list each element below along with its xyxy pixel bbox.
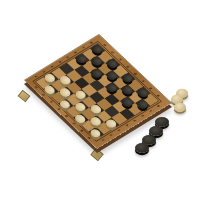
rank-label-right-2: 2 xyxy=(42,70,46,73)
rank-label-right-4: 4 xyxy=(58,61,62,64)
rank-label-left-8: 8 xyxy=(156,105,160,108)
rank-label-left-3: 3 xyxy=(117,129,121,132)
rank-label-right-6: 6 xyxy=(73,51,77,54)
rank-label-right-3: 3 xyxy=(50,65,54,68)
rank-label-right-7: 7 xyxy=(81,46,85,49)
brass-clasp-icon xyxy=(18,90,31,102)
rank-label-left-5: 5 xyxy=(133,119,137,122)
rank-label-left-2: 2 xyxy=(109,134,113,137)
file-label-top-F: F xyxy=(118,58,122,61)
product-photo-scene: AABBCCDDEEFFGGHH1122334455667788 xyxy=(0,0,200,200)
file-label-top-D: D xyxy=(133,72,137,75)
file-label-bottom-E: E xyxy=(57,107,61,110)
rank-label-left-7: 7 xyxy=(148,110,152,113)
rank-label-left-4: 4 xyxy=(125,124,129,127)
file-label-bottom-H: H xyxy=(34,86,38,89)
spare-dark-checker-4[interactable] xyxy=(135,143,149,153)
file-label-bottom-C: C xyxy=(72,122,76,125)
rank-label-left-6: 6 xyxy=(140,114,144,117)
file-label-top-H: H xyxy=(103,43,107,46)
file-label-bottom-B: B xyxy=(80,129,84,132)
brass-clasp-icon xyxy=(90,148,103,161)
file-label-top-E: E xyxy=(126,65,130,68)
file-label-top-C: C xyxy=(141,80,145,83)
spare-light-checker-3[interactable] xyxy=(174,103,186,112)
file-label-bottom-A: A xyxy=(87,136,91,139)
rank-label-right-8: 8 xyxy=(89,41,93,44)
file-label-bottom-F: F xyxy=(49,100,53,103)
file-label-top-G: G xyxy=(110,51,114,54)
rank-label-right-1: 1 xyxy=(34,75,38,78)
rank-label-right-5: 5 xyxy=(65,56,69,59)
file-label-top-B: B xyxy=(149,87,153,90)
rank-label-left-1: 1 xyxy=(101,138,105,141)
file-label-bottom-G: G xyxy=(41,93,45,96)
file-label-top-A: A xyxy=(156,94,160,97)
file-label-bottom-D: D xyxy=(64,114,68,117)
board-grid xyxy=(35,43,159,139)
